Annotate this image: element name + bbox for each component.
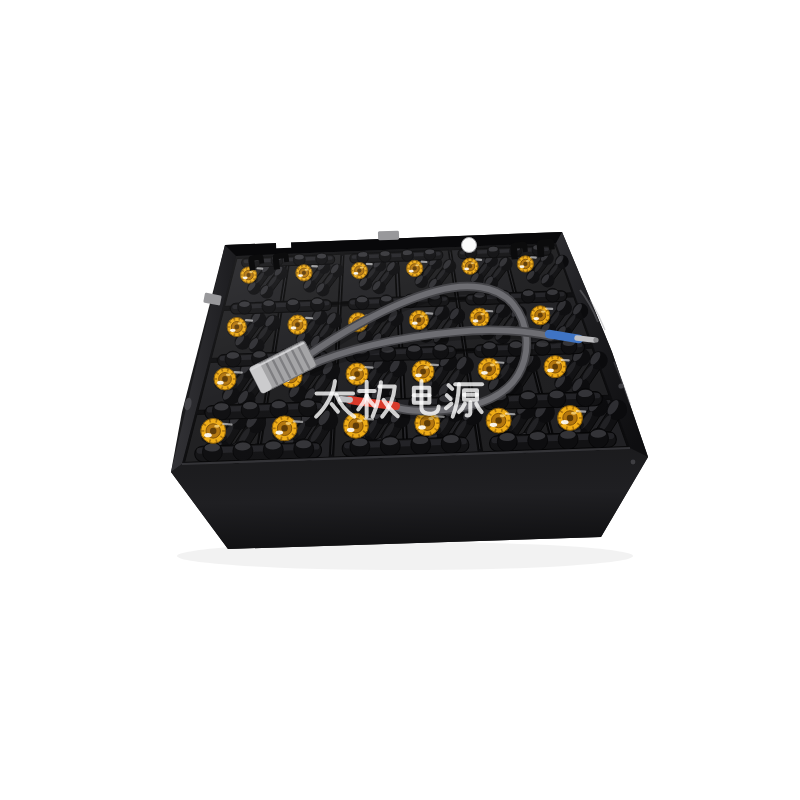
tray-front-panel	[171, 448, 648, 549]
rim-hole	[462, 238, 477, 253]
terminal-lug-tip	[593, 337, 598, 342]
rim-notch-cutout	[276, 239, 291, 249]
rim-metal-clip	[378, 231, 399, 241]
positive-ferrule	[341, 399, 350, 400]
battery-photo-canvas	[0, 0, 800, 800]
top-sheen	[182, 243, 630, 464]
terminal-lug	[577, 338, 594, 340]
product-photo: 太极电源	[0, 0, 800, 800]
right-wall-hole	[631, 460, 636, 465]
battery-pack	[171, 231, 648, 570]
